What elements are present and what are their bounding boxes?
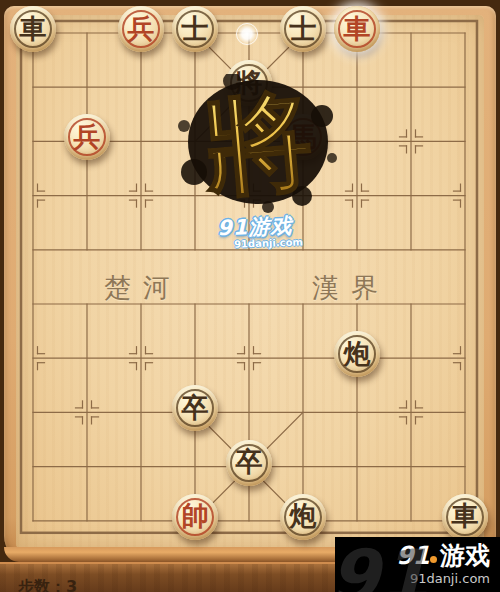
svg-text:將: 將 (197, 76, 318, 211)
piece-red-general[interactable]: 帥 (172, 494, 218, 540)
piece-glyph: 士 (290, 15, 317, 42)
steps-counter: 步数：3 (18, 577, 77, 592)
piece-black-chariot[interactable]: 車 (10, 6, 56, 52)
piece-glyph: 卒 (236, 448, 263, 475)
piece-glyph: 兵 (74, 123, 101, 150)
center-watermark: 91游戏 91danji.com (199, 211, 310, 251)
sparkle-icon (235, 22, 259, 46)
piece-red-soldier[interactable]: 兵 (64, 114, 110, 160)
piece-glyph: 炮 (290, 502, 317, 529)
piece-glyph: 車 (344, 15, 371, 42)
piece-glyph: 車 (20, 15, 47, 42)
piece-glyph: 炮 (344, 340, 371, 367)
site-logo: 91 91游戏 91danji.com (335, 537, 500, 592)
piece-black-chariot[interactable]: 車 (442, 494, 488, 540)
logo-dot-icon (430, 556, 437, 563)
piece-black-advisor[interactable]: 士 (172, 6, 218, 52)
piece-red-chariot[interactable]: 車 (334, 6, 380, 52)
piece-red-soldier[interactable]: 兵 (118, 6, 164, 52)
piece-black-soldier[interactable]: 卒 (172, 385, 218, 431)
piece-glyph: 卒 (182, 394, 209, 421)
piece-glyph: 士 (182, 15, 209, 42)
check-stamp-icon: 將 (176, 74, 340, 214)
game-screen: 楚河 漢界 車兵士士車將兵馬炮卒卒帥炮車 將 91游戏 91danji.com (0, 0, 500, 592)
piece-glyph: 兵 (128, 15, 155, 42)
piece-black-cannon[interactable]: 炮 (334, 331, 380, 377)
logo-word: 游戏 (440, 541, 490, 570)
piece-black-cannon[interactable]: 炮 (280, 494, 326, 540)
piece-glyph: 帥 (182, 502, 209, 529)
logo-ghost-number: 91 (335, 537, 429, 592)
piece-black-soldier[interactable]: 卒 (226, 440, 272, 486)
piece-black-advisor[interactable]: 士 (280, 6, 326, 52)
piece-glyph: 車 (452, 502, 479, 529)
